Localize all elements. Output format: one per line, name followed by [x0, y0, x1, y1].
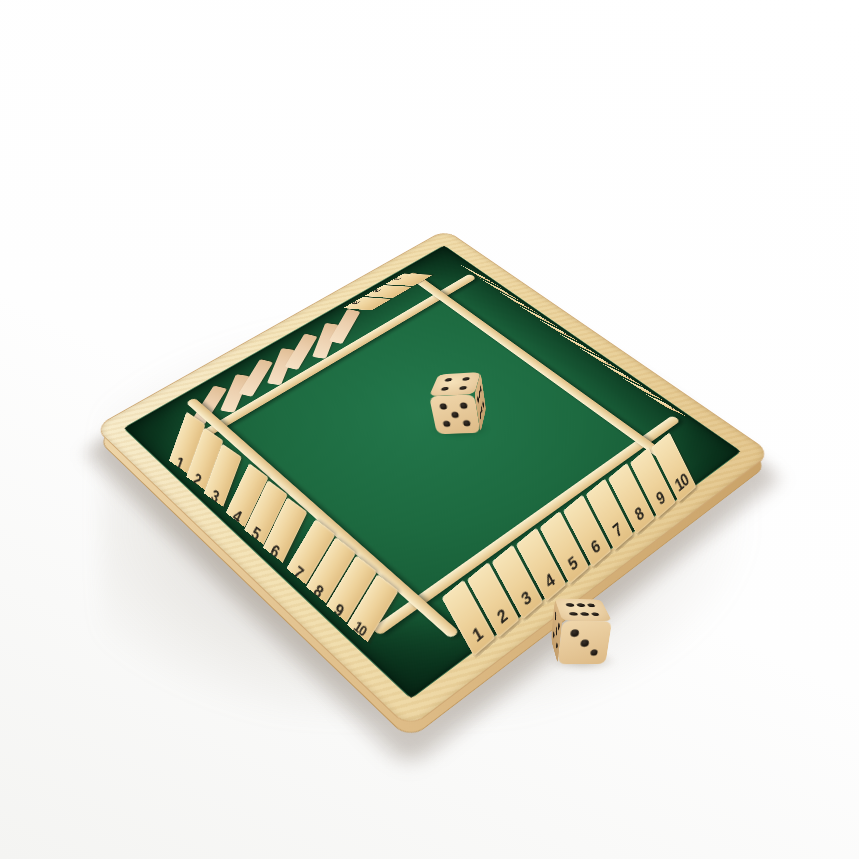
die-cube — [554, 609, 606, 652]
die-pip — [576, 603, 585, 607]
tile-number: 7 — [611, 520, 625, 541]
die-pip — [441, 387, 449, 391]
die-cube — [434, 383, 483, 422]
tile-number: 10 — [352, 618, 369, 638]
tile-number: 9 — [654, 488, 668, 508]
die-pip — [553, 630, 555, 640]
tile-number: 3 — [519, 587, 534, 609]
die-pip — [555, 611, 557, 621]
die-pip — [444, 378, 452, 382]
die-pip — [555, 626, 557, 637]
die-pip — [480, 385, 482, 395]
die-pip — [482, 400, 484, 410]
die-pip — [587, 604, 596, 607]
tile-number: 8 — [633, 504, 647, 525]
photo-scene: 321 12345678910 10987654321 12345678910 — [0, 0, 859, 859]
die-pip — [580, 612, 589, 616]
die-pip — [440, 403, 448, 410]
die-pip — [462, 377, 470, 381]
tile-number: 10 — [673, 471, 691, 495]
tile-number: 2 — [494, 605, 510, 627]
die-face-front-3 — [558, 621, 612, 665]
die-pip — [462, 420, 470, 426]
die-pip — [569, 612, 578, 616]
die-pip — [459, 403, 467, 410]
die-pip — [580, 640, 589, 647]
die-off-board[interactable] — [553, 604, 606, 657]
die-pip — [451, 412, 459, 418]
die-pip — [443, 420, 451, 426]
die-pip — [590, 649, 599, 656]
die-pip — [571, 630, 580, 637]
die-pip — [459, 386, 467, 390]
die-pip — [590, 612, 599, 616]
die-pip — [556, 640, 558, 651]
die-face-front-5 — [429, 394, 480, 434]
tile-number: 5 — [566, 553, 581, 574]
die-on-board[interactable] — [434, 378, 485, 429]
tile-number: 1 — [470, 623, 486, 645]
die-pip — [558, 621, 560, 632]
tile-number: 4 — [542, 570, 557, 591]
tile-number: 6 — [588, 536, 603, 557]
die-pip — [566, 603, 575, 607]
